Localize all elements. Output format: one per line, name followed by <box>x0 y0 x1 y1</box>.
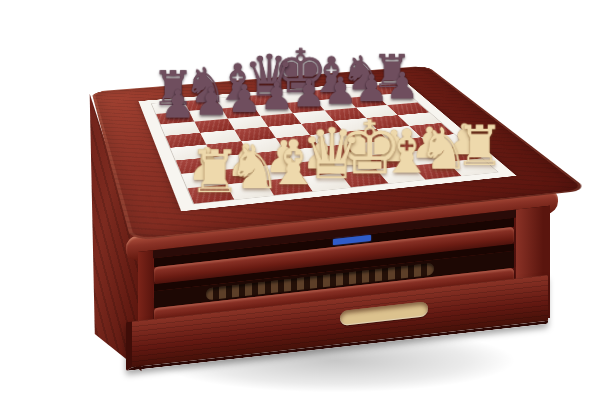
piece-black-pawn-g7: ♟ <box>354 71 387 106</box>
piece-black-pawn-a7: ♟ <box>160 86 195 123</box>
piece-black-pawn-e7: ♟ <box>292 75 326 111</box>
piece-black-pawn-c7: ♟ <box>227 80 261 116</box>
board-top-slab: ♜♞♝♛♚♝♞♜♟♟♟♟♟♟♟♟♟♟♟♟♟♟♟♟♜♞♝♛♚♝♞♜ <box>91 66 588 241</box>
board-scene: ♜♞♝♛♚♝♞♜♟♟♟♟♟♟♟♟♟♟♟♟♟♟♟♟♜♞♝♛♚♝♞♜ <box>0 0 600 415</box>
square-a1: ♜ <box>188 184 235 203</box>
piece-black-pawn-h7: ♟ <box>385 68 418 103</box>
piece-white-rook-a1: ♜ <box>188 145 240 200</box>
piece-black-pawn-f7: ♟ <box>323 73 356 108</box>
chess-box-photo: ♜♞♝♛♚♝♞♜♟♟♟♟♟♟♟♟♟♟♟♟♟♟♟♟♜♞♝♛♚♝♞♜ <box>0 0 600 415</box>
piece-black-pawn-d7: ♟ <box>259 78 293 114</box>
piece-black-pawn-b7: ♟ <box>194 83 228 120</box>
